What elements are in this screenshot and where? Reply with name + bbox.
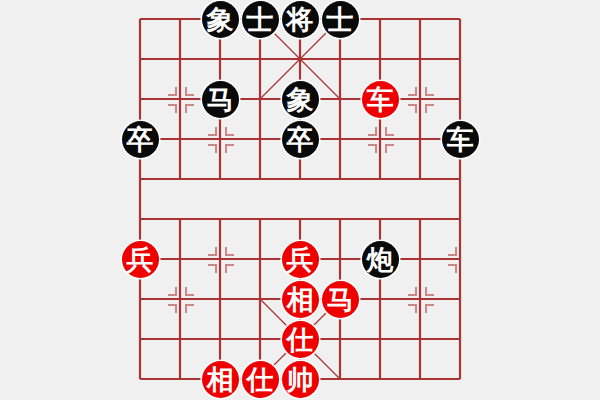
piece-red-elephant[interactable]: 相 bbox=[282, 281, 319, 318]
piece-black-advisor[interactable]: 士 bbox=[242, 1, 279, 38]
piece-black-cannon[interactable]: 炮 bbox=[362, 241, 399, 278]
xiangqi-board[interactable]: 象士将士马象车卒卒车兵兵炮相马仕相仕帅 bbox=[0, 0, 600, 400]
xiangqi-app: 象士将士马象车卒卒车兵兵炮相马仕相仕帅 bbox=[0, 0, 600, 400]
piece-red-chariot[interactable]: 车 bbox=[362, 81, 399, 118]
piece-red-elephant[interactable]: 相 bbox=[202, 361, 239, 398]
pieces-layer: 象士将士马象车卒卒车兵兵炮相马仕相仕帅 bbox=[120, 0, 480, 399]
piece-black-pawn[interactable]: 卒 bbox=[122, 121, 159, 158]
piece-black-chariot[interactable]: 车 bbox=[442, 121, 479, 158]
piece-black-general[interactable]: 将 bbox=[282, 1, 319, 38]
piece-black-elephant[interactable]: 象 bbox=[282, 81, 319, 118]
piece-black-advisor[interactable]: 士 bbox=[322, 1, 359, 38]
piece-black-pawn[interactable]: 卒 bbox=[282, 121, 319, 158]
piece-red-pawn[interactable]: 兵 bbox=[122, 241, 159, 278]
piece-black-horse[interactable]: 马 bbox=[202, 81, 239, 118]
piece-red-general[interactable]: 帅 bbox=[282, 361, 319, 398]
piece-red-advisor[interactable]: 仕 bbox=[282, 321, 319, 358]
piece-red-horse[interactable]: 马 bbox=[322, 281, 359, 318]
piece-black-elephant[interactable]: 象 bbox=[202, 1, 239, 38]
piece-red-pawn[interactable]: 兵 bbox=[282, 241, 319, 278]
piece-red-advisor[interactable]: 仕 bbox=[242, 361, 279, 398]
